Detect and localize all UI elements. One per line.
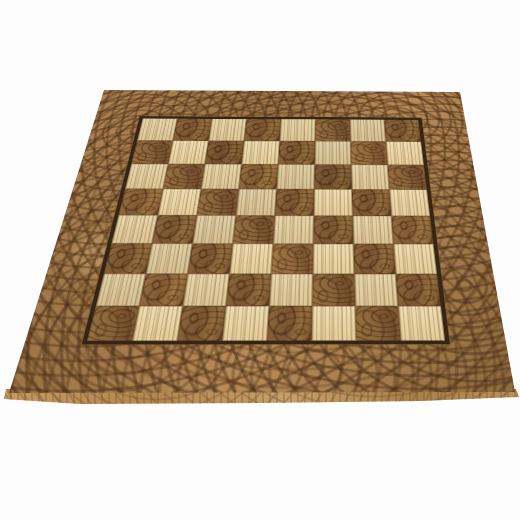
square-c3[interactable]: [188, 244, 233, 274]
square-g8[interactable]: [350, 119, 386, 141]
square-b4[interactable]: [152, 215, 197, 243]
square-e4[interactable]: [273, 216, 314, 244]
square-g5[interactable]: [352, 189, 392, 215]
square-d1[interactable]: [222, 306, 269, 341]
chessboard: [9, 90, 515, 393]
square-e2[interactable]: [269, 274, 313, 306]
square-a4[interactable]: [111, 215, 157, 243]
square-a6[interactable]: [125, 164, 168, 189]
square-d6[interactable]: [239, 164, 278, 189]
square-g6[interactable]: [351, 165, 389, 190]
square-a7[interactable]: [131, 140, 173, 164]
square-g3[interactable]: [353, 244, 395, 274]
square-a8[interactable]: [137, 118, 177, 140]
square-e1[interactable]: [267, 306, 312, 341]
square-f2[interactable]: [312, 274, 355, 306]
square-d5[interactable]: [236, 189, 277, 216]
square-c1[interactable]: [177, 306, 226, 341]
square-d8[interactable]: [244, 119, 281, 141]
square-g2[interactable]: [354, 274, 398, 306]
square-b2[interactable]: [139, 274, 187, 306]
square-c8[interactable]: [209, 119, 247, 141]
square-h3[interactable]: [393, 244, 437, 274]
square-f6[interactable]: [314, 165, 352, 190]
square-g7[interactable]: [350, 141, 387, 164]
square-c6[interactable]: [201, 164, 242, 189]
square-b5[interactable]: [158, 189, 201, 216]
square-a2[interactable]: [96, 274, 146, 306]
square-d2[interactable]: [226, 274, 271, 306]
square-h2[interactable]: [396, 274, 441, 306]
square-e3[interactable]: [271, 244, 313, 274]
square-a5[interactable]: [118, 189, 163, 216]
square-d4[interactable]: [233, 215, 275, 243]
square-h6[interactable]: [388, 165, 427, 190]
square-g1[interactable]: [355, 306, 400, 341]
square-b1[interactable]: [132, 306, 182, 341]
square-e6[interactable]: [277, 164, 315, 189]
square-f4[interactable]: [313, 216, 353, 244]
square-e5[interactable]: [275, 189, 314, 215]
square-e8[interactable]: [280, 119, 316, 141]
square-f8[interactable]: [315, 119, 350, 141]
square-e7[interactable]: [278, 141, 315, 164]
square-c2[interactable]: [183, 274, 230, 306]
chessboard-product-photo: [0, 0, 520, 520]
square-f7[interactable]: [315, 141, 351, 164]
board-inlay-border: [82, 116, 450, 344]
square-h4[interactable]: [391, 216, 433, 244]
square-b3[interactable]: [146, 243, 193, 273]
square-a1[interactable]: [87, 306, 139, 341]
square-g4[interactable]: [353, 216, 394, 244]
square-b7[interactable]: [168, 141, 208, 165]
square-f1[interactable]: [312, 306, 357, 341]
square-f3[interactable]: [313, 244, 355, 274]
square-d3[interactable]: [229, 244, 273, 274]
square-h5[interactable]: [389, 190, 430, 216]
square-h7[interactable]: [386, 142, 424, 165]
square-c4[interactable]: [192, 215, 235, 243]
square-h8[interactable]: [384, 120, 421, 142]
square-b8[interactable]: [173, 119, 212, 141]
square-f5[interactable]: [314, 189, 353, 215]
square-c7[interactable]: [205, 141, 244, 164]
square-d7[interactable]: [242, 141, 280, 164]
square-c5[interactable]: [197, 189, 239, 216]
board-grid: [87, 118, 445, 340]
square-h1[interactable]: [398, 306, 445, 341]
square-a3[interactable]: [104, 243, 152, 273]
square-b6[interactable]: [163, 164, 205, 189]
